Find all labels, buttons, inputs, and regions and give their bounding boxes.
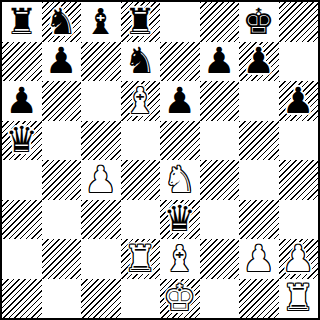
square-c8[interactable]: ♝ bbox=[81, 2, 121, 42]
square-e5[interactable] bbox=[160, 121, 200, 161]
piece-black-pawn: ♟ bbox=[203, 43, 235, 79]
square-g3[interactable] bbox=[239, 200, 279, 240]
square-d8[interactable]: ♜ bbox=[121, 2, 161, 42]
square-f5[interactable] bbox=[200, 121, 240, 161]
square-g5[interactable] bbox=[239, 121, 279, 161]
square-a3[interactable] bbox=[2, 200, 42, 240]
square-d3[interactable] bbox=[121, 200, 161, 240]
piece-white-pawn: ♟ bbox=[85, 162, 117, 198]
square-b6[interactable] bbox=[42, 81, 82, 121]
square-f1[interactable] bbox=[200, 279, 240, 319]
piece-black-queen: ♛ bbox=[6, 122, 38, 158]
square-b8[interactable]: ♞ bbox=[42, 2, 82, 42]
square-f4[interactable] bbox=[200, 160, 240, 200]
square-a6[interactable]: ♟ bbox=[2, 81, 42, 121]
piece-black-rook: ♜ bbox=[6, 4, 38, 40]
square-e7[interactable] bbox=[160, 42, 200, 82]
square-e3[interactable]: ♛ bbox=[160, 200, 200, 240]
square-e1[interactable]: ♚ bbox=[160, 279, 200, 319]
square-g4[interactable] bbox=[239, 160, 279, 200]
square-c6[interactable] bbox=[81, 81, 121, 121]
square-g2[interactable]: ♟ bbox=[239, 239, 279, 279]
square-d2[interactable]: ♜ bbox=[121, 239, 161, 279]
square-a5[interactable]: ♛ bbox=[2, 121, 42, 161]
square-d1[interactable] bbox=[121, 279, 161, 319]
square-d7[interactable]: ♞ bbox=[121, 42, 161, 82]
chess-board: ♜♞♝♜♚♟♞♟♟♟♝♟♟♛♟♞♛♜♝♟♟♚♜ bbox=[0, 0, 320, 320]
square-h5[interactable] bbox=[279, 121, 319, 161]
square-g8[interactable]: ♚ bbox=[239, 2, 279, 42]
square-g6[interactable] bbox=[239, 81, 279, 121]
piece-black-bishop: ♝ bbox=[85, 4, 117, 40]
piece-black-rook: ♜ bbox=[124, 4, 156, 40]
square-h8[interactable] bbox=[279, 2, 319, 42]
piece-black-pawn: ♟ bbox=[6, 83, 38, 119]
square-a2[interactable] bbox=[2, 239, 42, 279]
square-a4[interactable] bbox=[2, 160, 42, 200]
square-f6[interactable] bbox=[200, 81, 240, 121]
piece-white-rook: ♜ bbox=[282, 280, 314, 316]
piece-black-queen: ♛ bbox=[164, 201, 196, 237]
square-f3[interactable] bbox=[200, 200, 240, 240]
square-g1[interactable] bbox=[239, 279, 279, 319]
square-d5[interactable] bbox=[121, 121, 161, 161]
square-c4[interactable]: ♟ bbox=[81, 160, 121, 200]
piece-black-king: ♚ bbox=[243, 4, 275, 40]
square-h3[interactable] bbox=[279, 200, 319, 240]
square-c7[interactable] bbox=[81, 42, 121, 82]
square-f7[interactable]: ♟ bbox=[200, 42, 240, 82]
square-c1[interactable] bbox=[81, 279, 121, 319]
square-a1[interactable] bbox=[2, 279, 42, 319]
square-e4[interactable]: ♞ bbox=[160, 160, 200, 200]
square-b2[interactable] bbox=[42, 239, 82, 279]
piece-white-bishop: ♝ bbox=[164, 241, 196, 277]
square-b4[interactable] bbox=[42, 160, 82, 200]
piece-black-pawn: ♟ bbox=[45, 43, 77, 79]
piece-white-pawn: ♟ bbox=[243, 241, 275, 277]
square-a8[interactable]: ♜ bbox=[2, 2, 42, 42]
piece-white-rook: ♜ bbox=[124, 241, 156, 277]
square-b3[interactable] bbox=[42, 200, 82, 240]
square-b7[interactable]: ♟ bbox=[42, 42, 82, 82]
square-h6[interactable]: ♟ bbox=[279, 81, 319, 121]
square-h2[interactable]: ♟ bbox=[279, 239, 319, 279]
square-e6[interactable]: ♟ bbox=[160, 81, 200, 121]
chess-diagram: ♜♞♝♜♚♟♞♟♟♟♝♟♟♛♟♞♛♜♝♟♟♚♜ bbox=[0, 0, 320, 320]
square-g7[interactable]: ♟ bbox=[239, 42, 279, 82]
piece-black-pawn: ♟ bbox=[243, 43, 275, 79]
piece-black-pawn: ♟ bbox=[282, 83, 314, 119]
piece-white-bishop: ♝ bbox=[124, 83, 156, 119]
square-e2[interactable]: ♝ bbox=[160, 239, 200, 279]
square-b5[interactable] bbox=[42, 121, 82, 161]
square-e8[interactable] bbox=[160, 2, 200, 42]
piece-white-pawn: ♟ bbox=[282, 241, 314, 277]
piece-white-king: ♚ bbox=[164, 280, 196, 316]
square-d6[interactable]: ♝ bbox=[121, 81, 161, 121]
square-f2[interactable] bbox=[200, 239, 240, 279]
square-c2[interactable] bbox=[81, 239, 121, 279]
piece-black-knight: ♞ bbox=[124, 43, 156, 79]
square-h4[interactable] bbox=[279, 160, 319, 200]
square-h1[interactable]: ♜ bbox=[279, 279, 319, 319]
piece-white-knight: ♞ bbox=[164, 162, 196, 198]
square-c5[interactable] bbox=[81, 121, 121, 161]
square-h7[interactable] bbox=[279, 42, 319, 82]
square-b1[interactable] bbox=[42, 279, 82, 319]
square-a7[interactable] bbox=[2, 42, 42, 82]
square-f8[interactable] bbox=[200, 2, 240, 42]
square-c3[interactable] bbox=[81, 200, 121, 240]
piece-black-pawn: ♟ bbox=[164, 83, 196, 119]
piece-black-knight: ♞ bbox=[45, 4, 77, 40]
square-d4[interactable] bbox=[121, 160, 161, 200]
